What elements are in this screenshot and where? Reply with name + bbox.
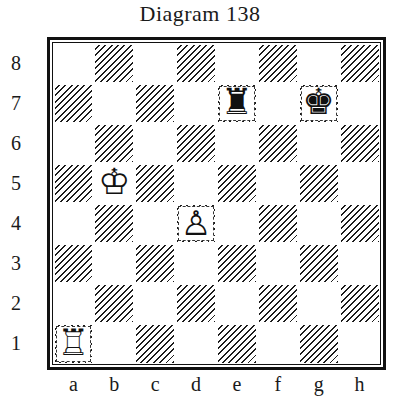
square-g7: ♚ bbox=[298, 83, 339, 123]
square-h2 bbox=[339, 284, 380, 324]
piece-cutout: ♚ bbox=[301, 86, 337, 121]
black-king: ♚ bbox=[303, 84, 335, 120]
rank-label-5: 5 bbox=[2, 163, 30, 203]
square-c4 bbox=[135, 204, 176, 244]
file-label-d: d bbox=[176, 371, 217, 398]
square-f4 bbox=[257, 204, 298, 244]
file-label-c: c bbox=[135, 371, 176, 398]
square-c5 bbox=[135, 163, 176, 203]
square-e2 bbox=[217, 284, 258, 324]
square-e7: ♜ bbox=[217, 83, 258, 123]
square-d2 bbox=[176, 284, 217, 324]
file-label-a: a bbox=[53, 371, 94, 398]
square-d8 bbox=[176, 43, 217, 83]
square-h5 bbox=[339, 163, 380, 203]
square-a2 bbox=[53, 284, 94, 324]
chess-board: ♜♚♔♙♖ bbox=[47, 37, 386, 370]
file-label-e: e bbox=[217, 371, 258, 398]
square-f6 bbox=[257, 123, 298, 163]
square-b2 bbox=[94, 284, 135, 324]
square-h1 bbox=[339, 324, 380, 364]
square-g4 bbox=[298, 204, 339, 244]
file-labels: abcdefgh bbox=[53, 371, 380, 398]
square-b8 bbox=[94, 43, 135, 83]
rank-label-6: 6 bbox=[2, 123, 30, 163]
rank-label-1: 1 bbox=[2, 324, 30, 364]
piece-cutout: ♜ bbox=[219, 86, 255, 121]
square-b4 bbox=[94, 204, 135, 244]
square-f8 bbox=[257, 43, 298, 83]
square-e6 bbox=[217, 123, 258, 163]
square-h8 bbox=[339, 43, 380, 83]
square-a3 bbox=[53, 244, 94, 284]
square-h7 bbox=[339, 83, 380, 123]
square-f1 bbox=[257, 324, 298, 364]
rank-label-2: 2 bbox=[2, 284, 30, 324]
diagram-title: Diagram 138 bbox=[0, 1, 400, 27]
rank-labels: 87654321 bbox=[2, 43, 30, 364]
file-label-b: b bbox=[94, 371, 135, 398]
square-e5 bbox=[217, 163, 258, 203]
square-d3 bbox=[176, 244, 217, 284]
square-a7 bbox=[53, 83, 94, 123]
square-e4 bbox=[217, 204, 258, 244]
piece-cutout: ♙ bbox=[178, 206, 214, 241]
piece-cutout: ♖ bbox=[56, 326, 92, 361]
square-f7 bbox=[257, 83, 298, 123]
rank-label-4: 4 bbox=[2, 204, 30, 244]
square-d4: ♙ bbox=[176, 204, 217, 244]
rank-label-3: 3 bbox=[2, 244, 30, 284]
square-c1 bbox=[135, 324, 176, 364]
square-a5 bbox=[53, 163, 94, 203]
square-c3 bbox=[135, 244, 176, 284]
white-king: ♔ bbox=[98, 164, 130, 200]
square-d7 bbox=[176, 83, 217, 123]
square-c7 bbox=[135, 83, 176, 123]
square-g5 bbox=[298, 163, 339, 203]
square-g6 bbox=[298, 123, 339, 163]
square-g2 bbox=[298, 284, 339, 324]
file-label-g: g bbox=[298, 371, 339, 398]
file-label-h: h bbox=[339, 371, 380, 398]
square-e8 bbox=[217, 43, 258, 83]
square-c6 bbox=[135, 123, 176, 163]
rank-label-7: 7 bbox=[2, 83, 30, 123]
white-pawn: ♙ bbox=[181, 206, 211, 240]
square-b1 bbox=[94, 324, 135, 364]
square-b3 bbox=[94, 244, 135, 284]
square-e1 bbox=[217, 324, 258, 364]
square-a6 bbox=[53, 123, 94, 163]
square-d5 bbox=[176, 163, 217, 203]
square-b6 bbox=[94, 123, 135, 163]
square-f5 bbox=[257, 163, 298, 203]
square-e3 bbox=[217, 244, 258, 284]
square-g8 bbox=[298, 43, 339, 83]
square-f2 bbox=[257, 284, 298, 324]
square-b7 bbox=[94, 83, 135, 123]
square-b5: ♔ bbox=[94, 163, 135, 203]
square-a1: ♖ bbox=[53, 324, 94, 364]
board-grid: ♜♚♔♙♖ bbox=[52, 42, 381, 365]
square-f3 bbox=[257, 244, 298, 284]
square-h3 bbox=[339, 244, 380, 284]
square-a4 bbox=[53, 204, 94, 244]
rank-label-8: 8 bbox=[2, 43, 30, 83]
chess-diagram-page: Diagram 138 87654321 ♜♚♔♙♖ abcdefgh bbox=[0, 0, 400, 400]
square-d1 bbox=[176, 324, 217, 364]
square-h4 bbox=[339, 204, 380, 244]
square-d6 bbox=[176, 123, 217, 163]
white-rook: ♖ bbox=[57, 325, 89, 361]
square-g3 bbox=[298, 244, 339, 284]
black-rook: ♜ bbox=[221, 84, 253, 120]
square-g1 bbox=[298, 324, 339, 364]
square-h6 bbox=[339, 123, 380, 163]
file-label-f: f bbox=[257, 371, 298, 398]
square-c8 bbox=[135, 43, 176, 83]
square-a8 bbox=[53, 43, 94, 83]
square-c2 bbox=[135, 284, 176, 324]
